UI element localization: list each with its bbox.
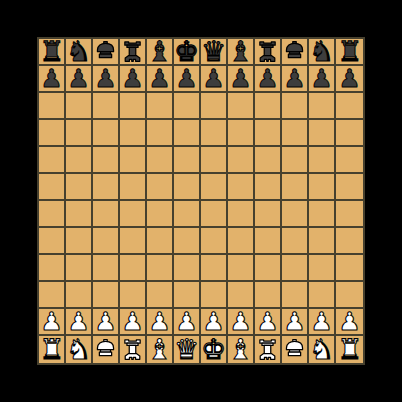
square-k9[interactable] <box>309 120 336 147</box>
square-c4[interactable] <box>93 255 120 282</box>
square-h10[interactable] <box>228 93 255 120</box>
square-d6[interactable] <box>120 201 147 228</box>
square-a6[interactable] <box>39 201 66 228</box>
square-e11[interactable]: ♟ <box>147 66 174 93</box>
square-j11[interactable]: ♟ <box>282 66 309 93</box>
square-h1[interactable]: ♝ <box>228 336 255 363</box>
square-j1[interactable] <box>282 336 309 363</box>
square-l3[interactable] <box>336 282 363 309</box>
square-e2[interactable]: ♟ <box>147 309 174 336</box>
square-b7[interactable] <box>66 174 93 201</box>
white-pawn[interactable]: ♟ <box>256 309 278 334</box>
white-hat[interactable] <box>283 338 306 361</box>
white-knight[interactable]: ♞ <box>309 337 334 362</box>
black-pawn[interactable]: ♟ <box>40 66 62 91</box>
square-g6[interactable] <box>201 201 228 228</box>
white-pawn[interactable]: ♟ <box>229 309 251 334</box>
square-l2[interactable]: ♟ <box>336 309 363 336</box>
square-k5[interactable] <box>309 228 336 255</box>
square-b5[interactable] <box>66 228 93 255</box>
square-i3[interactable] <box>255 282 282 309</box>
square-f10[interactable] <box>174 93 201 120</box>
square-b12[interactable]: ♞ <box>66 39 93 66</box>
square-f5[interactable] <box>174 228 201 255</box>
square-h11[interactable]: ♟ <box>228 66 255 93</box>
square-i5[interactable] <box>255 228 282 255</box>
black-pawn[interactable]: ♟ <box>121 66 143 91</box>
square-j3[interactable] <box>282 282 309 309</box>
black-hat[interactable] <box>283 40 306 63</box>
square-i4[interactable] <box>255 255 282 282</box>
square-h6[interactable] <box>228 201 255 228</box>
square-e8[interactable] <box>147 147 174 174</box>
square-d2[interactable]: ♟ <box>120 309 147 336</box>
square-b11[interactable]: ♟ <box>66 66 93 93</box>
square-d11[interactable]: ♟ <box>120 66 147 93</box>
square-l4[interactable] <box>336 255 363 282</box>
square-f11[interactable]: ♟ <box>174 66 201 93</box>
square-d5[interactable] <box>120 228 147 255</box>
square-j6[interactable] <box>282 201 309 228</box>
square-e10[interactable] <box>147 93 174 120</box>
square-e9[interactable] <box>147 120 174 147</box>
black-pawn[interactable]: ♟ <box>283 66 305 91</box>
square-g10[interactable] <box>201 93 228 120</box>
square-c5[interactable] <box>93 228 120 255</box>
square-h5[interactable] <box>228 228 255 255</box>
black-bishop[interactable]: ♝ <box>147 39 172 64</box>
white-rook[interactable]: ♜ <box>337 337 362 362</box>
square-l6[interactable] <box>336 201 363 228</box>
black-pawn[interactable]: ♟ <box>229 66 251 91</box>
black-rook[interactable]: ♜ <box>39 39 64 64</box>
square-d9[interactable] <box>120 120 147 147</box>
square-f1[interactable]: ♛ <box>174 336 201 363</box>
square-g8[interactable] <box>201 147 228 174</box>
square-i2[interactable]: ♟ <box>255 309 282 336</box>
game-board: ♜♞♝♚♛♝♞♜♟♟♟♟♟♟♟♟♟♟♟♟♟♟♟♟♟♟♟♟♟♟♟♟♜♞♝♛♚♝♞♜ <box>37 37 365 365</box>
square-g7[interactable] <box>201 174 228 201</box>
white-pawn[interactable]: ♟ <box>175 309 197 334</box>
square-l10[interactable] <box>336 93 363 120</box>
black-tower[interactable] <box>121 40 144 63</box>
black-hat[interactable] <box>94 40 117 63</box>
square-a3[interactable] <box>39 282 66 309</box>
square-a8[interactable] <box>39 147 66 174</box>
square-g9[interactable] <box>201 120 228 147</box>
square-a7[interactable] <box>39 174 66 201</box>
square-a9[interactable] <box>39 120 66 147</box>
square-i9[interactable] <box>255 120 282 147</box>
white-pawn[interactable]: ♟ <box>283 309 305 334</box>
square-k8[interactable] <box>309 147 336 174</box>
square-a2[interactable]: ♟ <box>39 309 66 336</box>
square-f9[interactable] <box>174 120 201 147</box>
black-king[interactable]: ♚ <box>174 39 199 64</box>
white-hat[interactable] <box>94 338 117 361</box>
black-tower[interactable] <box>256 40 279 63</box>
black-pawn[interactable]: ♟ <box>256 66 278 91</box>
white-bishop[interactable]: ♝ <box>147 337 172 362</box>
square-b1[interactable]: ♞ <box>66 336 93 363</box>
square-g2[interactable]: ♟ <box>201 309 228 336</box>
square-e6[interactable] <box>147 201 174 228</box>
white-knight[interactable]: ♞ <box>66 337 91 362</box>
square-a10[interactable] <box>39 93 66 120</box>
square-a5[interactable] <box>39 228 66 255</box>
square-l1[interactable]: ♜ <box>336 336 363 363</box>
square-g1[interactable]: ♚ <box>201 336 228 363</box>
black-queen[interactable]: ♛ <box>201 39 226 64</box>
square-b4[interactable] <box>66 255 93 282</box>
square-g4[interactable] <box>201 255 228 282</box>
square-c12[interactable] <box>93 39 120 66</box>
square-e4[interactable] <box>147 255 174 282</box>
square-j8[interactable] <box>282 147 309 174</box>
square-i10[interactable] <box>255 93 282 120</box>
black-knight[interactable]: ♞ <box>66 39 91 64</box>
black-pawn[interactable]: ♟ <box>67 66 89 91</box>
square-c6[interactable] <box>93 201 120 228</box>
square-c10[interactable] <box>93 93 120 120</box>
square-k11[interactable]: ♟ <box>309 66 336 93</box>
square-f3[interactable] <box>174 282 201 309</box>
square-d7[interactable] <box>120 174 147 201</box>
square-g5[interactable] <box>201 228 228 255</box>
white-pawn[interactable]: ♟ <box>310 309 332 334</box>
square-b6[interactable] <box>66 201 93 228</box>
white-king[interactable]: ♚ <box>201 337 226 362</box>
square-b3[interactable] <box>66 282 93 309</box>
square-e12[interactable]: ♝ <box>147 39 174 66</box>
square-g3[interactable] <box>201 282 228 309</box>
square-h12[interactable]: ♝ <box>228 39 255 66</box>
black-pawn[interactable]: ♟ <box>148 66 170 91</box>
square-a4[interactable] <box>39 255 66 282</box>
black-knight[interactable]: ♞ <box>309 39 334 64</box>
square-j12[interactable] <box>282 39 309 66</box>
square-j5[interactable] <box>282 228 309 255</box>
square-c11[interactable]: ♟ <box>93 66 120 93</box>
square-c2[interactable]: ♟ <box>93 309 120 336</box>
square-f2[interactable]: ♟ <box>174 309 201 336</box>
square-l8[interactable] <box>336 147 363 174</box>
black-pawn[interactable]: ♟ <box>310 66 332 91</box>
square-k4[interactable] <box>309 255 336 282</box>
square-f12[interactable]: ♚ <box>174 39 201 66</box>
white-pawn[interactable]: ♟ <box>67 309 89 334</box>
square-j10[interactable] <box>282 93 309 120</box>
square-h9[interactable] <box>228 120 255 147</box>
white-tower[interactable] <box>256 338 279 361</box>
square-c3[interactable] <box>93 282 120 309</box>
square-k3[interactable] <box>309 282 336 309</box>
square-i1[interactable] <box>255 336 282 363</box>
square-l5[interactable] <box>336 228 363 255</box>
square-j2[interactable]: ♟ <box>282 309 309 336</box>
white-pawn[interactable]: ♟ <box>148 309 170 334</box>
white-pawn[interactable]: ♟ <box>40 309 62 334</box>
square-h7[interactable] <box>228 174 255 201</box>
square-i8[interactable] <box>255 147 282 174</box>
white-rook[interactable]: ♜ <box>39 337 64 362</box>
square-d8[interactable] <box>120 147 147 174</box>
square-a1[interactable]: ♜ <box>39 336 66 363</box>
square-e1[interactable]: ♝ <box>147 336 174 363</box>
square-g12[interactable]: ♛ <box>201 39 228 66</box>
square-h4[interactable] <box>228 255 255 282</box>
square-j9[interactable] <box>282 120 309 147</box>
black-pawn[interactable]: ♟ <box>175 66 197 91</box>
square-j4[interactable] <box>282 255 309 282</box>
white-queen[interactable]: ♛ <box>174 337 199 362</box>
square-k12[interactable]: ♞ <box>309 39 336 66</box>
black-pawn[interactable]: ♟ <box>94 66 116 91</box>
black-bishop[interactable]: ♝ <box>228 39 253 64</box>
square-k1[interactable]: ♞ <box>309 336 336 363</box>
square-c1[interactable] <box>93 336 120 363</box>
square-k7[interactable] <box>309 174 336 201</box>
black-rook[interactable]: ♜ <box>337 39 362 64</box>
white-bishop[interactable]: ♝ <box>228 337 253 362</box>
square-i7[interactable] <box>255 174 282 201</box>
square-b2[interactable]: ♟ <box>66 309 93 336</box>
square-h2[interactable]: ♟ <box>228 309 255 336</box>
black-pawn[interactable]: ♟ <box>202 66 224 91</box>
square-c8[interactable] <box>93 147 120 174</box>
square-d10[interactable] <box>120 93 147 120</box>
white-pawn[interactable]: ♟ <box>338 309 360 334</box>
square-g11[interactable]: ♟ <box>201 66 228 93</box>
square-i12[interactable] <box>255 39 282 66</box>
white-pawn[interactable]: ♟ <box>202 309 224 334</box>
square-f4[interactable] <box>174 255 201 282</box>
square-h3[interactable] <box>228 282 255 309</box>
square-l12[interactable]: ♜ <box>336 39 363 66</box>
square-l9[interactable] <box>336 120 363 147</box>
square-j7[interactable] <box>282 174 309 201</box>
black-pawn[interactable]: ♟ <box>338 66 360 91</box>
square-d1[interactable] <box>120 336 147 363</box>
white-pawn[interactable]: ♟ <box>94 309 116 334</box>
square-a12[interactable]: ♜ <box>39 39 66 66</box>
background: ♜♞♝♚♛♝♞♜♟♟♟♟♟♟♟♟♟♟♟♟♟♟♟♟♟♟♟♟♟♟♟♟♜♞♝♛♚♝♞♜ <box>0 0 402 402</box>
square-b9[interactable] <box>66 120 93 147</box>
square-l7[interactable] <box>336 174 363 201</box>
white-pawn[interactable]: ♟ <box>121 309 143 334</box>
square-e7[interactable] <box>147 174 174 201</box>
square-h8[interactable] <box>228 147 255 174</box>
square-b8[interactable] <box>66 147 93 174</box>
square-i6[interactable] <box>255 201 282 228</box>
square-c7[interactable] <box>93 174 120 201</box>
square-k6[interactable] <box>309 201 336 228</box>
white-tower[interactable] <box>121 338 144 361</box>
square-c9[interactable] <box>93 120 120 147</box>
square-f8[interactable] <box>174 147 201 174</box>
square-a11[interactable]: ♟ <box>39 66 66 93</box>
square-k10[interactable] <box>309 93 336 120</box>
square-d3[interactable] <box>120 282 147 309</box>
square-l11[interactable]: ♟ <box>336 66 363 93</box>
square-d4[interactable] <box>120 255 147 282</box>
square-b10[interactable] <box>66 93 93 120</box>
square-f7[interactable] <box>174 174 201 201</box>
square-i11[interactable]: ♟ <box>255 66 282 93</box>
square-f6[interactable] <box>174 201 201 228</box>
square-k2[interactable]: ♟ <box>309 309 336 336</box>
square-e3[interactable] <box>147 282 174 309</box>
square-d12[interactable] <box>120 39 147 66</box>
square-e5[interactable] <box>147 228 174 255</box>
